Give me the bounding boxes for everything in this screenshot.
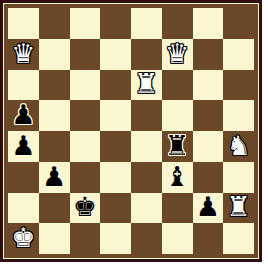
- black-king-c2[interactable]: ♚: [73, 193, 97, 220]
- square-h1[interactable]: [223, 223, 254, 254]
- square-b7[interactable]: [39, 39, 70, 70]
- square-f6[interactable]: [162, 70, 193, 101]
- square-a2[interactable]: [8, 193, 39, 224]
- square-f7[interactable]: ♛: [162, 39, 193, 70]
- square-d3[interactable]: [100, 162, 131, 193]
- square-h8[interactable]: [223, 8, 254, 39]
- square-e7[interactable]: [131, 39, 162, 70]
- board-outer-edge: ♛♛♜♟♟♜♞♟♝♚♟♜♚: [0, 0, 262, 262]
- square-b6[interactable]: [39, 70, 70, 101]
- square-c2[interactable]: ♚: [70, 193, 101, 224]
- black-pawn-a4[interactable]: ♟: [11, 132, 35, 159]
- white-queen-f7[interactable]: ♛: [165, 40, 189, 67]
- square-a5[interactable]: ♟: [8, 100, 39, 131]
- square-b4[interactable]: [39, 131, 70, 162]
- black-pawn-b3[interactable]: ♟: [42, 163, 66, 190]
- square-g8[interactable]: [193, 8, 224, 39]
- white-queen-a7[interactable]: ♛: [11, 40, 35, 67]
- square-f4[interactable]: ♜: [162, 131, 193, 162]
- square-g1[interactable]: [193, 223, 224, 254]
- square-d1[interactable]: [100, 223, 131, 254]
- white-knight-h4[interactable]: ♞: [227, 132, 251, 159]
- square-c5[interactable]: [70, 100, 101, 131]
- white-king-a1[interactable]: ♚: [11, 224, 35, 251]
- square-c4[interactable]: [70, 131, 101, 162]
- square-e6[interactable]: ♜: [131, 70, 162, 101]
- square-h5[interactable]: [223, 100, 254, 131]
- square-a8[interactable]: [8, 8, 39, 39]
- square-e2[interactable]: [131, 193, 162, 224]
- square-e3[interactable]: [131, 162, 162, 193]
- square-a3[interactable]: [8, 162, 39, 193]
- square-g6[interactable]: [193, 70, 224, 101]
- square-g4[interactable]: [193, 131, 224, 162]
- square-e5[interactable]: [131, 100, 162, 131]
- square-e4[interactable]: [131, 131, 162, 162]
- square-d7[interactable]: [100, 39, 131, 70]
- square-h7[interactable]: [223, 39, 254, 70]
- square-b5[interactable]: [39, 100, 70, 131]
- square-d4[interactable]: [100, 131, 131, 162]
- square-a1[interactable]: ♚: [8, 223, 39, 254]
- square-d6[interactable]: [100, 70, 131, 101]
- square-g2[interactable]: ♟: [193, 193, 224, 224]
- black-bishop-f3[interactable]: ♝: [165, 163, 189, 190]
- square-c1[interactable]: [70, 223, 101, 254]
- square-d5[interactable]: [100, 100, 131, 131]
- black-pawn-g2[interactable]: ♟: [196, 193, 220, 220]
- square-a6[interactable]: [8, 70, 39, 101]
- square-b8[interactable]: [39, 8, 70, 39]
- square-g5[interactable]: [193, 100, 224, 131]
- square-h4[interactable]: ♞: [223, 131, 254, 162]
- square-c8[interactable]: [70, 8, 101, 39]
- chess-board: ♛♛♜♟♟♜♞♟♝♚♟♜♚: [8, 8, 254, 254]
- square-b1[interactable]: [39, 223, 70, 254]
- square-a4[interactable]: ♟: [8, 131, 39, 162]
- board-frame: ♛♛♜♟♟♜♞♟♝♚♟♜♚: [4, 4, 258, 258]
- square-f5[interactable]: [162, 100, 193, 131]
- square-h6[interactable]: [223, 70, 254, 101]
- square-c3[interactable]: [70, 162, 101, 193]
- board-pinstripe: ♛♛♜♟♟♜♞♟♝♚♟♜♚: [3, 3, 259, 259]
- square-d2[interactable]: [100, 193, 131, 224]
- square-h2[interactable]: ♜: [223, 193, 254, 224]
- square-b3[interactable]: ♟: [39, 162, 70, 193]
- square-h3[interactable]: [223, 162, 254, 193]
- square-f1[interactable]: [162, 223, 193, 254]
- square-b2[interactable]: [39, 193, 70, 224]
- square-e1[interactable]: [131, 223, 162, 254]
- square-g7[interactable]: [193, 39, 224, 70]
- square-f2[interactable]: [162, 193, 193, 224]
- white-rook-h2[interactable]: ♜: [227, 193, 251, 220]
- square-a7[interactable]: ♛: [8, 39, 39, 70]
- square-g3[interactable]: [193, 162, 224, 193]
- square-e8[interactable]: [131, 8, 162, 39]
- black-pawn-a5[interactable]: ♟: [11, 101, 35, 128]
- square-f8[interactable]: [162, 8, 193, 39]
- white-rook-e6[interactable]: ♜: [134, 70, 158, 97]
- square-c6[interactable]: [70, 70, 101, 101]
- square-f3[interactable]: ♝: [162, 162, 193, 193]
- square-d8[interactable]: [100, 8, 131, 39]
- square-c7[interactable]: [70, 39, 101, 70]
- black-rook-f4[interactable]: ♜: [165, 132, 189, 159]
